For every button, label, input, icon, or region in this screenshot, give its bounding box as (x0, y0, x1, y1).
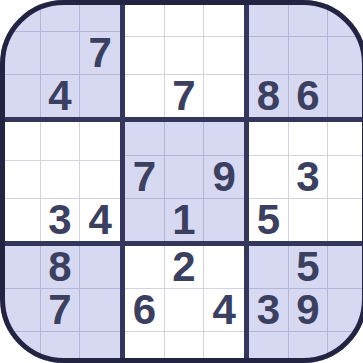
cell-r4c8 (328, 156, 363, 199)
cell-r3c7 (289, 122, 329, 156)
cell-r4c4 (165, 156, 205, 199)
cell-r4c6 (249, 156, 289, 199)
cell-r3c5 (204, 122, 244, 156)
cell-r1c0 (1, 32, 41, 75)
cell-r3c3 (125, 122, 165, 156)
cell-r5c3 (125, 199, 165, 241)
cell-r3c0 (1, 122, 41, 161)
cell-r8c7 (289, 332, 329, 363)
cell-r2c2 (80, 75, 120, 117)
cell-r7c8 (328, 289, 363, 332)
cell-r7c6: 3 (249, 289, 289, 332)
block-r2c0: 87 (1, 246, 120, 363)
cell-r2c3 (125, 75, 165, 117)
cell-r3c8 (328, 122, 363, 156)
cell-r3c4 (165, 122, 205, 156)
cell-r8c8 (328, 332, 363, 363)
cell-r3c2 (80, 122, 120, 161)
cell-r5c1: 3 (41, 199, 81, 241)
cell-r0c5 (204, 0, 244, 37)
cell-r8c6 (249, 332, 289, 363)
cell-r6c0 (1, 246, 41, 289)
cell-r8c5 (204, 332, 244, 363)
cell-r3c6 (249, 122, 289, 156)
cell-r6c7: 5 (289, 246, 329, 289)
cell-r7c2 (80, 289, 120, 332)
cell-r0c1 (41, 0, 81, 32)
cell-r4c7: 3 (289, 156, 329, 199)
cell-r6c5 (204, 246, 244, 289)
cell-r7c0 (1, 289, 41, 332)
cell-r0c2 (80, 0, 120, 32)
cell-r5c2: 4 (80, 199, 120, 241)
cell-r5c5 (204, 199, 244, 241)
cell-r1c7 (289, 37, 329, 76)
cell-r7c7: 9 (289, 289, 329, 332)
cell-r8c1 (41, 332, 81, 363)
cell-r7c1: 7 (41, 289, 81, 332)
block-r1c1: 791 (125, 122, 244, 241)
cell-r5c0 (1, 199, 41, 241)
cell-r0c6 (249, 0, 289, 37)
sudoku-board: 74786347913587264539 (1, 0, 363, 363)
app-canvas: 74786347913587264539 (0, 0, 363, 363)
cell-r4c1 (41, 161, 81, 200)
block-r0c2: 86 (249, 0, 363, 117)
cell-r0c3 (125, 0, 165, 37)
cell-r8c4 (165, 332, 205, 363)
cell-r5c8 (328, 199, 363, 241)
cell-r8c2 (80, 332, 120, 363)
cell-r8c0 (1, 332, 41, 363)
cell-r6c2 (80, 246, 120, 289)
cell-r5c7 (289, 199, 329, 241)
cell-r8c3 (125, 332, 165, 363)
sudoku-app-icon[interactable]: 74786347913587264539 (0, 0, 363, 363)
cell-r4c2 (80, 161, 120, 200)
cell-r4c5: 9 (204, 156, 244, 199)
cell-r2c4: 7 (165, 75, 205, 117)
block-r1c0: 34 (1, 122, 120, 241)
cell-r6c8 (328, 246, 363, 289)
cell-r1c5 (204, 37, 244, 76)
cell-r6c3 (125, 246, 165, 289)
cell-r0c7 (289, 0, 329, 37)
cell-r2c7: 6 (289, 75, 329, 117)
cell-r2c1: 4 (41, 75, 81, 117)
cell-r1c3 (125, 37, 165, 76)
cell-r1c2: 7 (80, 32, 120, 75)
block-r0c0: 74 (1, 0, 120, 117)
cell-r2c5 (204, 75, 244, 117)
block-r2c2: 539 (249, 246, 363, 363)
cell-r2c8 (328, 75, 363, 117)
cell-r1c1 (41, 32, 81, 75)
block-r1c2: 35 (249, 122, 363, 241)
block-r0c1: 7 (125, 0, 244, 117)
cell-r7c5: 4 (204, 289, 244, 332)
cell-r0c8 (328, 0, 363, 37)
cell-r6c6 (249, 246, 289, 289)
cell-r7c4 (165, 289, 205, 332)
cell-r1c8 (328, 37, 363, 76)
cell-r2c0 (1, 75, 41, 117)
cell-r4c0 (1, 161, 41, 200)
cell-r6c1: 8 (41, 246, 81, 289)
cell-r1c6 (249, 37, 289, 76)
cell-r0c0 (1, 0, 41, 32)
cell-r5c6: 5 (249, 199, 289, 241)
cell-r7c3: 6 (125, 289, 165, 332)
cell-r0c4 (165, 0, 205, 37)
cell-r6c4: 2 (165, 246, 205, 289)
cell-r3c1 (41, 122, 81, 161)
block-r2c1: 264 (125, 246, 244, 363)
cell-r2c6: 8 (249, 75, 289, 117)
cell-r4c3: 7 (125, 156, 165, 199)
cell-r1c4 (165, 37, 205, 76)
cell-r5c4: 1 (165, 199, 205, 241)
